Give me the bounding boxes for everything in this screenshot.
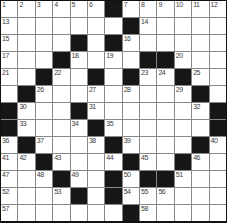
white-cell-r6c3[interactable] (53, 103, 69, 119)
white-cell-r9c3[interactable]: 43 (53, 154, 69, 170)
black-cell-r2c4 (71, 35, 87, 51)
clue-number-38: 38 (89, 137, 96, 145)
clue-number-24: 24 (158, 69, 165, 77)
black-cell-r2c6 (105, 35, 121, 51)
clue-number-1: 1 (2, 1, 5, 9)
black-cell-r0c6 (105, 1, 121, 17)
white-cell-r2c12[interactable] (210, 35, 226, 51)
white-cell-r0c7[interactable]: 7 (123, 1, 139, 17)
clue-number-30: 30 (19, 103, 26, 111)
white-cell-r1c8[interactable]: 14 (140, 18, 156, 34)
black-cell-r10c8 (140, 171, 156, 187)
clue-number-52: 52 (2, 188, 9, 196)
clue-number-17: 17 (2, 52, 9, 60)
white-cell-r5c12[interactable] (210, 86, 226, 102)
white-cell-r2c1[interactable] (18, 35, 34, 51)
white-cell-r9c6[interactable]: 44 (105, 154, 121, 170)
clue-number-3: 3 (37, 1, 40, 9)
white-cell-r12c11[interactable] (192, 205, 208, 221)
white-cell-r10c5[interactable] (88, 171, 104, 187)
clue-number-37: 37 (37, 137, 44, 145)
white-cell-r6c2[interactable] (36, 103, 52, 119)
white-cell-r12c0[interactable]: 57 (1, 205, 17, 221)
white-cell-r12c9[interactable] (157, 205, 173, 221)
white-cell-r5c0[interactable] (1, 86, 17, 102)
clue-number-40: 40 (211, 137, 218, 145)
clue-number-34: 34 (72, 120, 79, 128)
white-cell-r8c0[interactable]: 36 (1, 137, 17, 153)
clue-number-32: 32 (193, 103, 200, 111)
white-cell-r9c11[interactable]: 46 (192, 154, 208, 170)
white-cell-r0c12[interactable]: 12 (210, 1, 226, 17)
white-cell-r11c9[interactable]: 56 (157, 188, 173, 204)
white-cell-r1c11[interactable] (192, 18, 208, 34)
white-cell-r3c2[interactable] (36, 52, 52, 68)
clue-number-13: 13 (2, 18, 9, 26)
clue-number-16: 16 (124, 35, 131, 43)
clue-number-47: 47 (2, 171, 9, 179)
white-cell-r11c5[interactable] (88, 188, 104, 204)
white-cell-r11c0[interactable]: 52 (1, 188, 17, 204)
clue-number-58: 58 (141, 205, 148, 213)
clue-number-29: 29 (176, 86, 183, 94)
white-cell-r10c1[interactable] (18, 171, 34, 187)
black-cell-r5c11 (192, 86, 208, 102)
white-cell-r7c1[interactable]: 33 (18, 120, 34, 136)
white-cell-r4c8[interactable]: 23 (140, 69, 156, 85)
black-cell-r5c1 (18, 86, 34, 102)
white-cell-r11c1[interactable] (18, 188, 34, 204)
black-cell-r4c5 (88, 69, 104, 85)
clue-number-57: 57 (2, 205, 9, 213)
clue-number-31: 31 (89, 103, 96, 111)
clue-number-23: 23 (141, 69, 148, 77)
black-cell-r8c1 (18, 137, 34, 153)
white-cell-r12c6[interactable] (105, 205, 121, 221)
white-cell-r1c0[interactable]: 13 (1, 18, 17, 34)
clue-number-15: 15 (2, 35, 9, 43)
white-cell-r0c0[interactable]: 1 (1, 1, 17, 17)
white-cell-r12c8[interactable]: 58 (140, 205, 156, 221)
white-cell-r8c4[interactable] (71, 137, 87, 153)
clue-number-27: 27 (89, 86, 96, 94)
clue-number-49: 49 (72, 171, 79, 179)
white-cell-r5c8[interactable] (140, 86, 156, 102)
white-cell-r2c3[interactable] (53, 35, 69, 51)
clue-number-7: 7 (124, 1, 127, 9)
black-cell-r8c6 (105, 137, 121, 153)
white-cell-r9c9[interactable] (157, 154, 173, 170)
clue-number-9: 9 (158, 1, 161, 9)
clue-number-50: 50 (124, 171, 131, 179)
white-cell-r12c10[interactable] (175, 205, 191, 221)
clue-number-18: 18 (72, 52, 79, 60)
white-cell-r8c2[interactable]: 37 (36, 137, 52, 153)
white-cell-r6c10[interactable] (175, 103, 191, 119)
clue-number-33: 33 (19, 120, 26, 128)
white-cell-r8c9[interactable] (157, 137, 173, 153)
white-cell-r3c4[interactable]: 18 (71, 52, 87, 68)
black-cell-r3c8 (140, 52, 156, 68)
white-cell-r10c12[interactable] (210, 171, 226, 187)
white-cell-r2c7[interactable]: 16 (123, 35, 139, 51)
clue-number-56: 56 (158, 188, 165, 196)
white-cell-r5c6[interactable] (105, 86, 121, 102)
clue-number-22: 22 (54, 69, 61, 77)
white-cell-r10c7[interactable]: 50 (123, 171, 139, 187)
clue-number-14: 14 (141, 18, 148, 26)
clue-number-11: 11 (193, 1, 199, 9)
clue-number-26: 26 (37, 86, 44, 94)
white-cell-r8c7[interactable]: 39 (123, 137, 139, 153)
white-cell-r6c6[interactable] (105, 103, 121, 119)
white-cell-r5c3[interactable] (53, 86, 69, 102)
black-cell-r9c2 (36, 154, 52, 170)
white-cell-r9c12[interactable] (210, 154, 226, 170)
clue-number-39: 39 (124, 137, 131, 145)
white-cell-r0c8[interactable]: 8 (140, 1, 156, 17)
white-cell-r8c8[interactable] (140, 137, 156, 153)
white-cell-r10c10[interactable]: 51 (175, 171, 191, 187)
black-cell-r3c3 (53, 52, 69, 68)
white-cell-r6c8[interactable] (140, 103, 156, 119)
white-cell-r11c8[interactable]: 55 (140, 188, 156, 204)
white-cell-r7c6[interactable]: 35 (105, 120, 121, 136)
white-cell-r10c0[interactable]: 47 (1, 171, 17, 187)
white-cell-r1c5[interactable] (88, 18, 104, 34)
clue-number-20: 20 (176, 52, 183, 60)
white-cell-r8c3[interactable] (53, 137, 69, 153)
white-cell-r0c3[interactable]: 4 (53, 1, 69, 17)
white-cell-r10c11[interactable] (192, 171, 208, 187)
clue-number-8: 8 (141, 1, 144, 9)
white-cell-r3c7[interactable] (123, 52, 139, 68)
white-cell-r0c2[interactable]: 3 (36, 1, 52, 17)
white-cell-r7c9[interactable] (157, 120, 173, 136)
white-cell-r7c10[interactable] (175, 120, 191, 136)
clue-number-36: 36 (2, 137, 9, 145)
white-cell-r1c12[interactable] (210, 18, 226, 34)
white-cell-r1c6[interactable] (105, 18, 121, 34)
white-cell-r4c4[interactable] (71, 69, 87, 85)
white-cell-r3c10[interactable]: 20 (175, 52, 191, 68)
white-cell-r11c12[interactable] (210, 188, 226, 204)
white-cell-r6c7[interactable] (123, 103, 139, 119)
white-cell-r5c5[interactable]: 27 (88, 86, 104, 102)
white-cell-r6c9[interactable] (157, 103, 173, 119)
white-cell-r6c5[interactable]: 31 (88, 103, 104, 119)
clue-number-51: 51 (176, 171, 183, 179)
black-cell-r8c11 (192, 137, 208, 153)
clue-number-45: 45 (141, 154, 148, 162)
white-cell-r1c3[interactable] (53, 18, 69, 34)
white-cell-r9c5[interactable] (88, 154, 104, 170)
clue-number-42: 42 (19, 154, 26, 162)
black-cell-r7c12 (210, 120, 226, 136)
clue-number-41: 41 (2, 154, 9, 162)
white-cell-r8c10[interactable] (175, 137, 191, 153)
black-cell-r4c2 (36, 69, 52, 85)
white-cell-r10c2[interactable]: 48 (36, 171, 52, 187)
white-cell-r4c9[interactable]: 24 (157, 69, 173, 85)
white-cell-r6c11[interactable]: 32 (192, 103, 208, 119)
clue-number-28: 28 (124, 86, 131, 94)
white-cell-r1c2[interactable] (36, 18, 52, 34)
clue-number-46: 46 (193, 154, 200, 162)
clue-number-54: 54 (124, 188, 131, 196)
white-cell-r4c1[interactable] (18, 69, 34, 85)
white-cell-r2c0[interactable]: 15 (1, 35, 17, 51)
white-cell-r4c11[interactable]: 25 (192, 69, 208, 85)
white-cell-r0c11[interactable]: 11 (192, 1, 208, 17)
white-cell-r0c4[interactable]: 5 (71, 1, 87, 17)
white-cell-r1c10[interactable] (175, 18, 191, 34)
white-cell-r1c1[interactable] (18, 18, 34, 34)
clue-number-48: 48 (37, 171, 44, 179)
clue-number-12: 12 (211, 1, 218, 9)
white-cell-r10c4[interactable]: 49 (71, 171, 87, 187)
black-cell-r1c7 (123, 18, 139, 34)
black-cell-r11c4 (71, 188, 87, 204)
white-cell-r9c1[interactable]: 42 (18, 154, 34, 170)
white-cell-r5c9[interactable] (157, 86, 173, 102)
black-cell-r4c10 (175, 69, 191, 85)
white-cell-r4c12[interactable] (210, 69, 226, 85)
black-cell-r10c3 (53, 171, 69, 187)
clue-number-2: 2 (19, 1, 22, 9)
black-cell-r9c10 (175, 154, 191, 170)
clue-number-35: 35 (106, 120, 113, 128)
white-cell-r0c1[interactable]: 2 (18, 1, 34, 17)
clue-number-43: 43 (54, 154, 61, 162)
white-cell-r5c2[interactable]: 26 (36, 86, 52, 102)
white-cell-r2c10[interactable] (175, 35, 191, 51)
white-cell-r3c1[interactable] (18, 52, 34, 68)
white-cell-r12c4[interactable] (71, 205, 87, 221)
black-cell-r10c6 (105, 171, 121, 187)
white-cell-r0c5[interactable]: 6 (88, 1, 104, 17)
white-cell-r5c7[interactable]: 28 (123, 86, 139, 102)
clue-number-6: 6 (89, 1, 92, 9)
white-cell-r2c8[interactable] (140, 35, 156, 51)
clue-number-10: 10 (176, 1, 183, 9)
white-cell-r7c3[interactable] (53, 120, 69, 136)
white-cell-r2c5[interactable] (88, 35, 104, 51)
black-cell-r10c9 (157, 171, 173, 187)
white-cell-r1c9[interactable] (157, 18, 173, 34)
white-cell-r8c12[interactable]: 40 (210, 137, 226, 153)
clue-number-19: 19 (106, 52, 113, 60)
clue-number-55: 55 (141, 188, 148, 196)
white-cell-r12c2[interactable] (36, 205, 52, 221)
white-cell-r7c4[interactable]: 34 (71, 120, 87, 136)
white-cell-r0c10[interactable]: 10 (175, 1, 191, 17)
clue-number-44: 44 (106, 154, 113, 162)
black-cell-r6c0 (1, 103, 17, 119)
white-cell-r1c4[interactable] (71, 18, 87, 34)
white-cell-r4c0[interactable]: 21 (1, 69, 17, 85)
white-cell-r7c7[interactable] (123, 120, 139, 136)
clue-number-5: 5 (72, 1, 75, 9)
white-cell-r4c6[interactable] (105, 69, 121, 85)
black-cell-r12c7 (123, 205, 139, 221)
white-cell-r5c4[interactable] (71, 86, 87, 102)
white-cell-r11c2[interactable] (36, 188, 52, 204)
white-cell-r9c8[interactable]: 45 (140, 154, 156, 170)
black-cell-r6c4 (71, 103, 87, 119)
white-cell-r3c6[interactable]: 19 (105, 52, 121, 68)
white-cell-r6c1[interactable]: 30 (18, 103, 34, 119)
white-cell-r12c12[interactable] (210, 205, 226, 221)
white-cell-r2c11[interactable] (192, 35, 208, 51)
white-cell-r4c3[interactable]: 22 (53, 69, 69, 85)
white-cell-r2c9[interactable] (157, 35, 173, 51)
clue-number-53: 53 (54, 188, 61, 196)
white-cell-r3c12[interactable] (210, 52, 226, 68)
black-cell-r9c7 (123, 154, 139, 170)
black-cell-r6c12 (210, 103, 226, 119)
black-cell-r7c5 (88, 120, 104, 136)
clue-number-21: 21 (2, 69, 9, 77)
clue-number-25: 25 (193, 69, 200, 77)
white-cell-r0c9[interactable]: 9 (157, 1, 173, 17)
white-cell-r11c11[interactable] (192, 188, 208, 204)
white-cell-r5c10[interactable]: 29 (175, 86, 191, 102)
white-cell-r7c8[interactable] (140, 120, 156, 136)
clue-number-4: 4 (54, 1, 57, 9)
white-cell-r12c1[interactable] (18, 205, 34, 221)
white-cell-r7c11[interactable] (192, 120, 208, 136)
white-cell-r11c10[interactable] (175, 188, 191, 204)
crossword-board: 1234567891011121314151617181920212223242… (0, 0, 227, 223)
white-cell-r11c7[interactable]: 54 (123, 188, 139, 204)
white-cell-r8c5[interactable]: 38 (88, 137, 104, 153)
black-cell-r3c9 (157, 52, 173, 68)
black-cell-r11c6 (105, 188, 121, 204)
white-cell-r12c5[interactable] (88, 205, 104, 221)
white-cell-r3c11[interactable] (192, 52, 208, 68)
white-cell-r3c5[interactable] (88, 52, 104, 68)
white-cell-r7c2[interactable] (36, 120, 52, 136)
white-cell-r12c3[interactable] (53, 205, 69, 221)
white-cell-r11c3[interactable]: 53 (53, 188, 69, 204)
white-cell-r9c0[interactable]: 41 (1, 154, 17, 170)
black-cell-r7c0 (1, 120, 17, 136)
black-cell-r4c7 (123, 69, 139, 85)
white-cell-r9c4[interactable] (71, 154, 87, 170)
white-cell-r2c2[interactable] (36, 35, 52, 51)
white-cell-r3c0[interactable]: 17 (1, 52, 17, 68)
